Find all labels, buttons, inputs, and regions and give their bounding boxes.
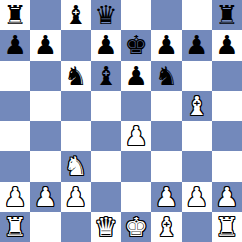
square-h1[interactable]: ♜ [212, 212, 242, 242]
square-d8[interactable]: ♛ [91, 0, 121, 30]
square-g7[interactable]: ♟ [182, 30, 212, 60]
black-knight[interactable]: ♞ [64, 63, 87, 89]
square-b8[interactable] [30, 0, 60, 30]
square-c8[interactable]: ♝ [61, 0, 91, 30]
square-d4[interactable] [91, 121, 121, 151]
square-h5[interactable] [212, 91, 242, 121]
square-b4[interactable] [30, 121, 60, 151]
square-b1[interactable] [30, 212, 60, 242]
square-c5[interactable] [61, 91, 91, 121]
black-knight[interactable]: ♞ [155, 63, 178, 89]
black-pawn[interactable]: ♟ [215, 32, 238, 58]
square-d6[interactable]: ♝ [91, 61, 121, 91]
white-knight[interactable]: ♞ [64, 153, 87, 179]
square-c1[interactable] [61, 212, 91, 242]
white-pawn[interactable]: ♟ [3, 184, 26, 210]
square-c7[interactable] [61, 30, 91, 60]
square-d5[interactable] [91, 91, 121, 121]
square-g8[interactable] [182, 0, 212, 30]
square-f7[interactable]: ♟ [151, 30, 181, 60]
square-e3[interactable] [121, 151, 151, 181]
square-b7[interactable]: ♟ [30, 30, 60, 60]
black-rook[interactable]: ♜ [3, 2, 26, 28]
black-queen[interactable]: ♛ [94, 2, 117, 28]
black-king[interactable]: ♚ [124, 32, 147, 58]
square-h8[interactable]: ♜ [212, 0, 242, 30]
square-h6[interactable] [212, 61, 242, 91]
square-d2[interactable] [91, 182, 121, 212]
square-a4[interactable] [0, 121, 30, 151]
square-a2[interactable]: ♟ [0, 182, 30, 212]
square-f4[interactable] [151, 121, 181, 151]
white-pawn[interactable]: ♟ [34, 184, 57, 210]
square-e1[interactable]: ♚ [121, 212, 151, 242]
square-f5[interactable] [151, 91, 181, 121]
square-b2[interactable]: ♟ [30, 182, 60, 212]
square-h7[interactable]: ♟ [212, 30, 242, 60]
square-g1[interactable] [182, 212, 212, 242]
square-a8[interactable]: ♜ [0, 0, 30, 30]
white-pawn[interactable]: ♟ [215, 184, 238, 210]
black-bishop[interactable]: ♝ [94, 63, 117, 89]
square-f6[interactable]: ♞ [151, 61, 181, 91]
square-c4[interactable] [61, 121, 91, 151]
square-a5[interactable] [0, 91, 30, 121]
black-pawn[interactable]: ♟ [124, 63, 147, 89]
white-bishop[interactable]: ♝ [185, 93, 208, 119]
white-bishop[interactable]: ♝ [155, 214, 178, 240]
square-f2[interactable]: ♟ [151, 182, 181, 212]
black-pawn[interactable]: ♟ [3, 32, 26, 58]
chess-board: ♜♝♛♜♟♟♟♚♟♟♟♞♝♟♞♝♟♞♟♟♟♟♟♟♜♛♚♝♜ [0, 0, 242, 242]
black-pawn[interactable]: ♟ [155, 32, 178, 58]
black-bishop[interactable]: ♝ [64, 2, 87, 28]
white-pawn[interactable]: ♟ [155, 184, 178, 210]
square-f3[interactable] [151, 151, 181, 181]
square-c2[interactable]: ♟ [61, 182, 91, 212]
square-h2[interactable]: ♟ [212, 182, 242, 212]
white-king[interactable]: ♚ [124, 214, 147, 240]
square-d7[interactable]: ♟ [91, 30, 121, 60]
white-pawn[interactable]: ♟ [64, 184, 87, 210]
square-b5[interactable] [30, 91, 60, 121]
white-pawn[interactable]: ♟ [185, 184, 208, 210]
square-h4[interactable] [212, 121, 242, 151]
square-b6[interactable] [30, 61, 60, 91]
black-rook[interactable]: ♜ [215, 2, 238, 28]
square-c6[interactable]: ♞ [61, 61, 91, 91]
white-rook[interactable]: ♜ [3, 214, 26, 240]
square-g3[interactable] [182, 151, 212, 181]
white-rook[interactable]: ♜ [215, 214, 238, 240]
square-g6[interactable] [182, 61, 212, 91]
white-queen[interactable]: ♛ [94, 214, 117, 240]
black-pawn[interactable]: ♟ [185, 32, 208, 58]
square-e5[interactable] [121, 91, 151, 121]
square-f8[interactable] [151, 0, 181, 30]
square-a1[interactable]: ♜ [0, 212, 30, 242]
square-g4[interactable] [182, 121, 212, 151]
square-g5[interactable]: ♝ [182, 91, 212, 121]
square-c3[interactable]: ♞ [61, 151, 91, 181]
square-a6[interactable] [0, 61, 30, 91]
square-b3[interactable] [30, 151, 60, 181]
square-e6[interactable]: ♟ [121, 61, 151, 91]
black-pawn[interactable]: ♟ [34, 32, 57, 58]
square-d1[interactable]: ♛ [91, 212, 121, 242]
square-d3[interactable] [91, 151, 121, 181]
black-pawn[interactable]: ♟ [94, 32, 117, 58]
square-a7[interactable]: ♟ [0, 30, 30, 60]
square-g2[interactable]: ♟ [182, 182, 212, 212]
square-h3[interactable] [212, 151, 242, 181]
white-pawn[interactable]: ♟ [124, 123, 147, 149]
square-e2[interactable] [121, 182, 151, 212]
square-f1[interactable]: ♝ [151, 212, 181, 242]
square-e4[interactable]: ♟ [121, 121, 151, 151]
square-a3[interactable] [0, 151, 30, 181]
square-e8[interactable] [121, 0, 151, 30]
square-e7[interactable]: ♚ [121, 30, 151, 60]
